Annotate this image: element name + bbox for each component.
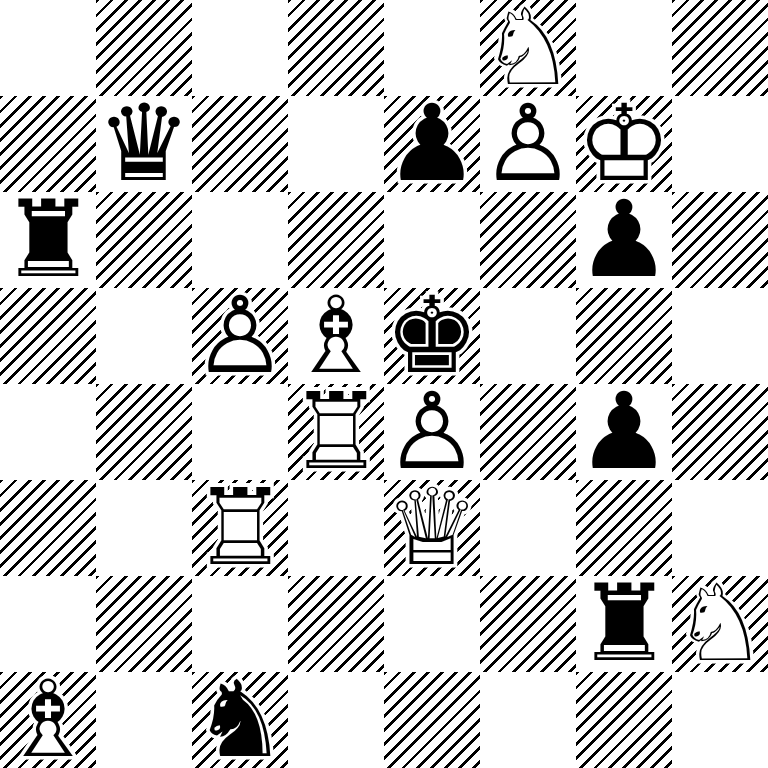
square-d1[interactable]	[288, 672, 384, 768]
square-f3[interactable]	[480, 480, 576, 576]
piece-black-rook-g2[interactable]: ♜♜	[576, 576, 672, 672]
square-h5[interactable]	[672, 288, 768, 384]
white-pawn-halo: ♟	[480, 96, 576, 192]
black-knight-icon: ♞	[192, 672, 288, 768]
square-c6[interactable]	[192, 192, 288, 288]
black-pawn-icon: ♟	[384, 96, 480, 192]
white-rook-icon: ♖	[192, 480, 288, 576]
white-rook-halo: ♜	[192, 480, 288, 576]
black-pawn-halo: ♟	[576, 192, 672, 288]
square-c7[interactable]	[192, 96, 288, 192]
white-bishop-halo: ♝	[288, 288, 384, 384]
white-pawn-icon: ♙	[192, 288, 288, 384]
square-h2[interactable]: ♞♘	[672, 576, 768, 672]
square-b7[interactable]: ♛♛	[96, 96, 192, 192]
black-knight-halo: ♞	[192, 672, 288, 768]
square-a1[interactable]: ♝♗	[0, 672, 96, 768]
square-b6[interactable]	[96, 192, 192, 288]
piece-black-pawn-e7[interactable]: ♟♟	[384, 96, 480, 192]
white-bishop-icon: ♗	[0, 672, 96, 768]
white-queen-halo: ♛	[384, 480, 480, 576]
square-g2[interactable]: ♜♜	[576, 576, 672, 672]
square-c2[interactable]	[192, 576, 288, 672]
square-d6[interactable]	[288, 192, 384, 288]
square-c1[interactable]: ♞♞	[192, 672, 288, 768]
piece-black-rook-a6[interactable]: ♜♜	[0, 192, 96, 288]
white-knight-icon: ♘	[672, 576, 768, 672]
square-d3[interactable]	[288, 480, 384, 576]
square-b3[interactable]	[96, 480, 192, 576]
square-f6[interactable]	[480, 192, 576, 288]
square-d8[interactable]	[288, 0, 384, 96]
square-g3[interactable]	[576, 480, 672, 576]
square-d2[interactable]	[288, 576, 384, 672]
black-pawn-icon: ♟	[576, 192, 672, 288]
piece-white-pawn-e4[interactable]: ♟♙	[384, 384, 480, 480]
square-c8[interactable]	[192, 0, 288, 96]
square-g1[interactable]	[576, 672, 672, 768]
piece-white-knight-f8[interactable]: ♞♘	[480, 0, 576, 96]
black-queen-halo: ♛	[96, 96, 192, 192]
black-pawn-icon: ♟	[576, 384, 672, 480]
square-b2[interactable]	[96, 576, 192, 672]
square-a6[interactable]: ♜♜	[0, 192, 96, 288]
black-pawn-halo: ♟	[576, 384, 672, 480]
piece-white-rook-c3[interactable]: ♜♖	[192, 480, 288, 576]
square-e6[interactable]	[384, 192, 480, 288]
chess-board: ♞♘♛♛♟♟♟♙♚♔♜♜♟♟♟♙♝♗♚♚♜♖♟♙♟♟♜♖♛♕♜♜♞♘♝♗♞♞	[0, 0, 768, 768]
piece-black-queen-b7[interactable]: ♛♛	[96, 96, 192, 192]
square-a4[interactable]	[0, 384, 96, 480]
piece-black-knight-c1[interactable]: ♞♞	[192, 672, 288, 768]
white-pawn-icon: ♙	[384, 384, 480, 480]
square-b8[interactable]	[96, 0, 192, 96]
piece-white-bishop-a1[interactable]: ♝♗	[0, 672, 96, 768]
black-king-icon: ♚	[384, 288, 480, 384]
square-d4[interactable]: ♜♖	[288, 384, 384, 480]
square-g5[interactable]	[576, 288, 672, 384]
square-a2[interactable]	[0, 576, 96, 672]
white-bishop-halo: ♝	[0, 672, 96, 768]
white-knight-halo: ♞	[480, 0, 576, 96]
square-f5[interactable]	[480, 288, 576, 384]
square-b1[interactable]	[96, 672, 192, 768]
piece-black-king-e5[interactable]: ♚♚	[384, 288, 480, 384]
square-h4[interactable]	[672, 384, 768, 480]
white-pawn-halo: ♟	[192, 288, 288, 384]
square-a8[interactable]	[0, 0, 96, 96]
square-b5[interactable]	[96, 288, 192, 384]
black-queen-icon: ♛	[96, 96, 192, 192]
black-rook-icon: ♜	[576, 576, 672, 672]
white-bishop-icon: ♗	[288, 288, 384, 384]
white-pawn-halo: ♟	[384, 384, 480, 480]
piece-white-king-g7[interactable]: ♚♔	[576, 96, 672, 192]
piece-white-pawn-c5[interactable]: ♟♙	[192, 288, 288, 384]
square-e5[interactable]: ♚♚	[384, 288, 480, 384]
piece-white-queen-e3[interactable]: ♛♕	[384, 480, 480, 576]
white-king-halo: ♚	[576, 96, 672, 192]
square-f4[interactable]	[480, 384, 576, 480]
black-king-halo: ♚	[384, 288, 480, 384]
square-a5[interactable]	[0, 288, 96, 384]
piece-white-pawn-f7[interactable]: ♟♙	[480, 96, 576, 192]
black-rook-halo: ♜	[0, 192, 96, 288]
white-queen-icon: ♕	[384, 480, 480, 576]
square-h8[interactable]	[672, 0, 768, 96]
piece-white-knight-h2[interactable]: ♞♘	[672, 576, 768, 672]
square-e8[interactable]	[384, 0, 480, 96]
black-rook-halo: ♜	[576, 576, 672, 672]
square-h7[interactable]	[672, 96, 768, 192]
square-c3[interactable]: ♜♖	[192, 480, 288, 576]
square-d5[interactable]: ♝♗	[288, 288, 384, 384]
square-h6[interactable]	[672, 192, 768, 288]
piece-black-pawn-g4[interactable]: ♟♟	[576, 384, 672, 480]
square-g4[interactable]: ♟♟	[576, 384, 672, 480]
square-e4[interactable]: ♟♙	[384, 384, 480, 480]
black-rook-icon: ♜	[0, 192, 96, 288]
white-king-icon: ♔	[576, 96, 672, 192]
square-e7[interactable]: ♟♟	[384, 96, 480, 192]
square-f8[interactable]: ♞♘	[480, 0, 576, 96]
piece-white-bishop-d5[interactable]: ♝♗	[288, 288, 384, 384]
square-a7[interactable]	[0, 96, 96, 192]
white-knight-halo: ♞	[672, 576, 768, 672]
piece-white-rook-d4[interactable]: ♜♖	[288, 384, 384, 480]
piece-black-pawn-g6[interactable]: ♟♟	[576, 192, 672, 288]
square-h1[interactable]	[672, 672, 768, 768]
white-rook-halo: ♜	[288, 384, 384, 480]
square-g6[interactable]: ♟♟	[576, 192, 672, 288]
square-b4[interactable]	[96, 384, 192, 480]
square-e2[interactable]	[384, 576, 480, 672]
square-g8[interactable]	[576, 0, 672, 96]
square-e1[interactable]	[384, 672, 480, 768]
square-h3[interactable]	[672, 480, 768, 576]
square-f1[interactable]	[480, 672, 576, 768]
square-c5[interactable]: ♟♙	[192, 288, 288, 384]
square-e3[interactable]: ♛♕	[384, 480, 480, 576]
square-d7[interactable]	[288, 96, 384, 192]
square-f7[interactable]: ♟♙	[480, 96, 576, 192]
square-f2[interactable]	[480, 576, 576, 672]
square-a3[interactable]	[0, 480, 96, 576]
white-knight-icon: ♘	[480, 0, 576, 96]
square-c4[interactable]	[192, 384, 288, 480]
square-g7[interactable]: ♚♔	[576, 96, 672, 192]
black-pawn-halo: ♟	[384, 96, 480, 192]
white-pawn-icon: ♙	[480, 96, 576, 192]
white-rook-icon: ♖	[288, 384, 384, 480]
